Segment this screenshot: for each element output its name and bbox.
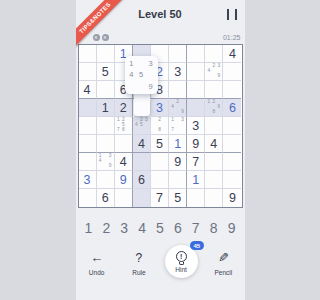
cell-r6c7[interactable]: 9 [187, 135, 205, 153]
cell-r9c5[interactable]: 7 [151, 189, 169, 207]
cell-r4c6[interactable]: 249 [169, 99, 187, 117]
pencil-notes: 12578 [115, 117, 132, 134]
rule-label: Rule [132, 269, 145, 276]
user-digit: 9 [120, 173, 127, 187]
sudoku-board: 1452323494681232491268612578234528137345… [78, 44, 243, 208]
given-digit: 4 [229, 47, 236, 61]
cell-r6c5[interactable]: 5 [151, 135, 169, 153]
given-digit: 5 [174, 191, 181, 205]
cell-magnifier-popup: 13459 [125, 56, 158, 94]
cell-r1c7[interactable] [187, 45, 205, 63]
cell-r7c6[interactable]: 9 [169, 153, 187, 171]
number-pad: 123456789 [78, 219, 243, 237]
cell-r7c1[interactable] [79, 153, 97, 171]
cell-r1c2[interactable] [97, 45, 115, 63]
cell-r9c8[interactable] [205, 189, 223, 207]
cell-r6c6[interactable]: 1 [169, 135, 187, 153]
given-digit: 6 [138, 173, 145, 187]
cell-r7c9[interactable] [223, 153, 241, 171]
cell-r8c9[interactable] [223, 171, 241, 189]
cell-r3c7[interactable] [187, 81, 205, 99]
cell-r5c2[interactable] [97, 117, 115, 135]
given-digit: 3 [174, 65, 181, 79]
numpad-key-6[interactable]: 6 [173, 220, 183, 236]
cell-r9c9[interactable]: 9 [223, 189, 241, 207]
cell-r1c1[interactable] [79, 45, 97, 63]
cell-r9c2[interactable]: 6 [97, 189, 115, 207]
cell-r5c7[interactable]: 3 [187, 117, 205, 135]
numpad-key-3[interactable]: 3 [119, 220, 129, 236]
cell-r4c2[interactable]: 1 [97, 99, 115, 117]
cell-r3c1[interactable]: 4 [79, 81, 97, 99]
undo-label: Undo [89, 269, 105, 276]
pause-icon [235, 9, 237, 20]
pencil-notes: 137 [169, 117, 186, 134]
numpad-key-7[interactable]: 7 [191, 220, 201, 236]
user-digit: 6 [229, 101, 236, 115]
numpad-key-5[interactable]: 5 [155, 220, 165, 236]
numpad-key-2[interactable]: 2 [101, 220, 111, 236]
pencil-notes: 1268 [205, 99, 222, 116]
undo-arrow-icon: ← [90, 251, 103, 265]
given-digit: 4 [138, 137, 145, 151]
cell-r2c1[interactable] [79, 63, 97, 81]
pencil-notes: 2349 [205, 63, 222, 80]
user-digit: 1 [192, 173, 199, 187]
cell-r5c6[interactable]: 137 [169, 117, 187, 135]
pencil-notes: 1349 [97, 153, 114, 170]
cell-r8c8[interactable] [205, 171, 223, 189]
cell-r6c3[interactable] [115, 135, 133, 153]
user-digit: 1 [174, 137, 181, 151]
cell-r8c3[interactable]: 9 [115, 171, 133, 189]
toolbar: ← Undo ? Rule ! Hint 45 ✎ Pencil [76, 245, 245, 278]
given-digit: 6 [102, 191, 109, 205]
cell-r8c7[interactable]: 1 [187, 171, 205, 189]
lightbulb-base-icon [179, 262, 184, 265]
cell-r6c4[interactable]: 4 [133, 135, 151, 153]
given-digit: 2 [120, 101, 127, 115]
cell-r2c2[interactable]: 5 [97, 63, 115, 81]
pencil-notes: 249 [169, 99, 186, 116]
cell-r5c9[interactable] [223, 117, 241, 135]
cell-r6c9[interactable] [223, 135, 241, 153]
cell-r4c7[interactable] [187, 99, 205, 117]
status-bar: ✕ ✕ 01:25 [78, 32, 243, 42]
given-digit: 9 [174, 155, 181, 169]
cell-r7c2[interactable]: 1349 [97, 153, 115, 171]
cell-r9c4[interactable] [133, 189, 151, 207]
cell-r1c6[interactable] [169, 45, 187, 63]
cell-r6c1[interactable] [79, 135, 97, 153]
cell-r2c7[interactable] [187, 63, 205, 81]
cell-r5c8[interactable] [205, 117, 223, 135]
given-digit: 4 [120, 155, 127, 169]
pencil-icon: ✎ [218, 251, 229, 265]
cell-r7c5[interactable] [151, 153, 169, 171]
cell-r3c9[interactable] [223, 81, 241, 99]
cell-r2c6[interactable]: 3 [169, 63, 187, 81]
magnifier-notes: 13459 [127, 58, 156, 92]
cell-r9c7[interactable] [187, 189, 205, 207]
hint-label: Hint [175, 266, 187, 273]
given-digit: 7 [192, 155, 199, 169]
undo-button[interactable]: ← Undo [77, 245, 117, 276]
given-digit: 7 [156, 191, 163, 205]
cell-r1c8[interactable] [205, 45, 223, 63]
mistake-x-icon: ✕ [93, 34, 100, 41]
sudoku-app-screen: TIPS&NOTES Level 50 ✕ ✕ 01:25 1452323494… [76, 0, 245, 300]
given-digit: 5 [102, 65, 109, 79]
cell-r4c1[interactable] [79, 99, 97, 117]
hint-button[interactable]: ! Hint 45 [161, 245, 201, 278]
cell-r3c2[interactable] [97, 81, 115, 99]
user-digit: 3 [156, 101, 163, 115]
mistake-x-icon: ✕ [102, 34, 109, 41]
cell-r6c2[interactable] [97, 135, 115, 153]
hint-count-badge: 45 [190, 241, 204, 250]
cell-r7c8[interactable] [205, 153, 223, 171]
pencil-notes: 2345 [133, 117, 150, 134]
cell-r5c1[interactable] [79, 117, 97, 135]
cell-r5c4[interactable]: 2345 [133, 117, 151, 135]
cell-r7c4[interactable] [133, 153, 151, 171]
given-digit: 3 [192, 119, 199, 133]
cell-r4c5[interactable]: 3 [151, 99, 169, 117]
cell-r5c3[interactable]: 12578 [115, 117, 133, 135]
given-digit: 5 [156, 137, 163, 151]
timer: 01:25 [223, 34, 243, 41]
cell-r2c8[interactable]: 2349 [205, 63, 223, 81]
cell-r6c8[interactable]: 4 [205, 135, 223, 153]
cell-r3c6[interactable] [169, 81, 187, 99]
rule-button[interactable]: ? Rule [119, 245, 159, 276]
numpad-key-4[interactable]: 4 [137, 220, 147, 236]
cell-r2c9[interactable] [223, 63, 241, 81]
cell-r9c1[interactable] [79, 189, 97, 207]
cell-r4c3[interactable]: 2 [115, 99, 133, 117]
cell-r8c2[interactable] [97, 171, 115, 189]
given-digit: 1 [102, 101, 109, 115]
hint-circle[interactable]: ! Hint 45 [165, 245, 198, 278]
pencil-label: Pencil [215, 269, 233, 276]
cell-r7c7[interactable]: 7 [187, 153, 205, 171]
pencil-notes: 28 [151, 117, 168, 134]
cell-r4c8[interactable]: 1268 [205, 99, 223, 117]
cell-r1c9[interactable]: 4 [223, 45, 241, 63]
pencil-button[interactable]: ✎ Pencil [203, 245, 243, 276]
user-digit: 3 [84, 173, 91, 187]
cell-r9c6[interactable]: 5 [169, 189, 187, 207]
cell-r7c3[interactable]: 4 [115, 153, 133, 171]
cell-r9c3[interactable] [115, 189, 133, 207]
cell-r8c5[interactable] [151, 171, 169, 189]
cell-r3c8[interactable] [205, 81, 223, 99]
cell-r5c5[interactable]: 28 [151, 117, 169, 135]
given-digit: 4 [84, 83, 91, 97]
cell-r8c4[interactable]: 6 [133, 171, 151, 189]
cell-r8c1[interactable]: 3 [79, 171, 97, 189]
lightbulb-icon: ! [176, 251, 187, 262]
given-digit: 4 [210, 137, 217, 151]
numpad-key-8[interactable]: 8 [209, 220, 219, 236]
pause-button[interactable] [227, 9, 237, 20]
cell-r4c9[interactable]: 6 [223, 99, 241, 117]
pause-icon [227, 9, 229, 20]
numpad-key-1[interactable]: 1 [84, 220, 94, 236]
given-digit: 9 [229, 191, 236, 205]
given-digit: 9 [192, 137, 199, 151]
cell-r8c6[interactable] [169, 171, 187, 189]
numpad-key-9[interactable]: 9 [227, 220, 237, 236]
question-mark-icon: ? [136, 251, 143, 265]
